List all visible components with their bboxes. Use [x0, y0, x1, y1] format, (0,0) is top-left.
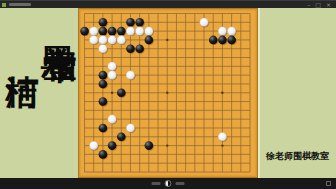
- window-title: [9, 3, 31, 6]
- black-stone: [126, 18, 135, 27]
- maximize-button[interactable]: □: [315, 2, 321, 8]
- players-panel: 黑 柯洁 白 卞相壹: [0, 8, 78, 178]
- go-board[interactable]: [78, 8, 258, 178]
- black-stone: [209, 36, 218, 45]
- main-area: 黑 柯洁 白 卞相壹 徐老师围棋教室: [0, 8, 336, 178]
- black-stone: [145, 36, 154, 45]
- white-stone: [108, 62, 117, 71]
- black-stone: [117, 27, 126, 36]
- minimize-button[interactable]: –: [307, 2, 310, 8]
- white-stone: [126, 124, 135, 133]
- black-stone: [99, 150, 108, 159]
- white-stone: [108, 36, 117, 45]
- white-stone: [108, 115, 117, 124]
- move-counter-left: [152, 182, 161, 185]
- white-stone: [200, 18, 209, 27]
- black-stone: [117, 132, 126, 141]
- black-stone: [117, 88, 126, 97]
- black-stone: [227, 36, 236, 45]
- move-counter-right: [176, 182, 185, 185]
- white-stone: [99, 44, 108, 53]
- playback-bar: [0, 178, 336, 189]
- white-stone: [89, 141, 98, 150]
- go-review-app-window: – □ × 黑 柯洁 白 卞相壹 徐老师围棋教室: [0, 0, 336, 189]
- white-stone: [117, 36, 126, 45]
- white-stone: [89, 36, 98, 45]
- black-stone: [135, 44, 144, 53]
- black-stone: [126, 44, 135, 53]
- white-stone: [126, 71, 135, 80]
- black-stone: [145, 141, 154, 150]
- black-stone: [218, 36, 227, 45]
- white-stone: [218, 132, 227, 141]
- close-button[interactable]: ×: [326, 2, 331, 8]
- watermark-text: 徐老师围棋教室: [266, 150, 336, 163]
- white-stone: [218, 27, 227, 36]
- fullscreen-icon[interactable]: [326, 181, 331, 186]
- white-stone: [108, 71, 117, 80]
- black-stone: [135, 18, 144, 27]
- black-stone: [108, 27, 117, 36]
- white-stone: [89, 27, 98, 36]
- stone-toggle-icon[interactable]: [165, 180, 172, 187]
- black-side-label: 黑: [40, 18, 75, 49]
- white-stone: [227, 27, 236, 36]
- black-stone: [99, 71, 108, 80]
- white-stone: [145, 27, 154, 36]
- black-stone: [99, 27, 108, 36]
- black-stone: [99, 124, 108, 133]
- white-stone: [99, 36, 108, 45]
- black-stone: [108, 141, 117, 150]
- black-player-column: 黑 柯洁: [5, 18, 75, 49]
- app-icon: [2, 3, 6, 7]
- black-stone: [99, 18, 108, 27]
- white-stone: [135, 27, 144, 36]
- black-stone: [80, 27, 89, 36]
- playback-controls: [152, 178, 185, 189]
- right-panel: 徐老师围棋教室: [258, 8, 336, 178]
- white-stone: [126, 27, 135, 36]
- black-stone: [99, 80, 108, 89]
- window-titlebar: – □ ×: [0, 0, 336, 8]
- black-stone: [99, 97, 108, 106]
